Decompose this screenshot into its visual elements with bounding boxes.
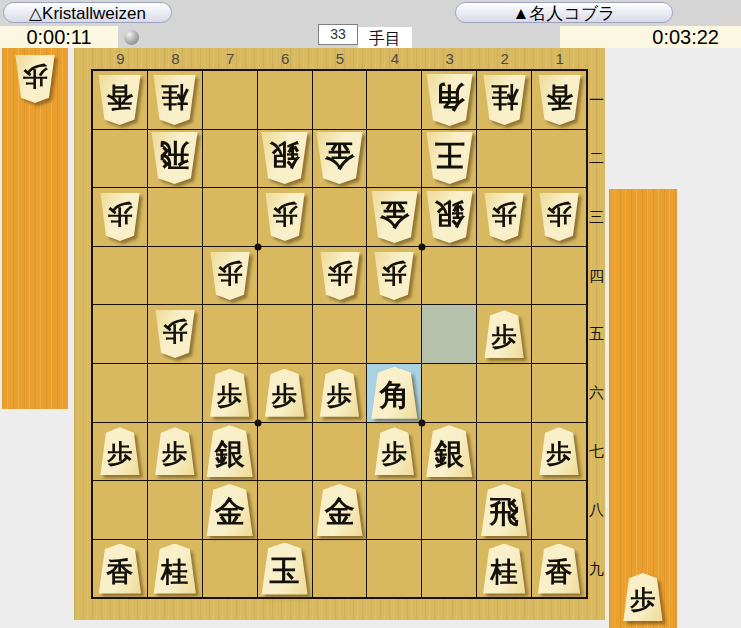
piece-wrap: 桂 xyxy=(483,75,526,125)
rank-label-4: 四 xyxy=(588,247,605,306)
square-7二[interactable] xyxy=(203,130,257,188)
square-6六[interactable]: 歩 xyxy=(258,364,312,422)
piece-wrap: 銀 xyxy=(261,132,308,184)
gote-piece-歩[interactable]: 歩 xyxy=(265,193,305,241)
square-1九[interactable]: 香 xyxy=(532,540,586,598)
sente-piece-歩[interactable]: 歩 xyxy=(623,573,663,621)
square-2七[interactable] xyxy=(477,423,531,481)
gote-piece-歩[interactable]: 歩 xyxy=(484,193,524,241)
gote-clock: 0:00:11 xyxy=(0,26,118,48)
sente-piece-歩[interactable]: 歩 xyxy=(539,427,579,475)
piece-wrap: 銀 xyxy=(426,425,473,477)
piece-wrap: 歩 xyxy=(484,310,524,358)
square-8九[interactable]: 桂 xyxy=(148,540,202,598)
piece-wrap: 歩 xyxy=(374,427,414,475)
square-8七[interactable]: 歩 xyxy=(148,423,202,481)
piece-wrap: 桂 xyxy=(153,75,196,125)
gote-piece-銀[interactable]: 銀 xyxy=(261,132,308,184)
sente-piece-桂[interactable]: 桂 xyxy=(153,544,196,594)
piece-wrap: 金 xyxy=(371,191,418,243)
piece-wrap: 歩 xyxy=(155,427,195,475)
square-2五[interactable]: 歩 xyxy=(477,305,531,363)
piece-wrap: 歩 xyxy=(265,369,305,417)
piece-wrap: 銀 xyxy=(426,191,473,243)
hoshi-dot xyxy=(419,419,426,426)
square-5三[interactable] xyxy=(313,188,367,246)
square-9二[interactable] xyxy=(93,130,147,188)
square-8六[interactable] xyxy=(148,364,202,422)
gote-hand-stand[interactable]: 歩 xyxy=(2,48,68,409)
piece-wrap: 角 xyxy=(371,367,418,419)
hoshi-dot xyxy=(254,419,261,426)
square-2九[interactable]: 桂 xyxy=(477,540,531,598)
move-number-label: 手目 xyxy=(358,27,412,50)
piece-wrap: 香 xyxy=(98,544,141,594)
square-4六[interactable]: 角 xyxy=(367,364,421,422)
rank-labels: 一二三四五六七八九 xyxy=(588,71,605,598)
square-7七[interactable]: 銀 xyxy=(203,423,257,481)
gote-piece-歩[interactable]: 歩 xyxy=(155,310,195,358)
file-label-9: 9 xyxy=(93,50,148,67)
piece-wrap: 歩 xyxy=(100,427,140,475)
square-1三[interactable]: 歩 xyxy=(532,188,586,246)
gote-piece-歩[interactable]: 歩 xyxy=(374,252,414,300)
piece-wrap: 歩 xyxy=(155,310,195,358)
square-4九[interactable] xyxy=(367,540,421,598)
square-3四[interactable] xyxy=(422,247,476,305)
square-3二[interactable]: 王 xyxy=(422,130,476,188)
square-8四[interactable] xyxy=(148,247,202,305)
shogi-app: △Kristallweizen ▲名人コブラ 0:00:11 33 手目 0:0… xyxy=(0,0,741,628)
board-grid: 香桂角桂香飛銀金王歩歩金銀歩歩歩歩歩歩歩歩歩歩角歩歩銀歩銀歩金金飛香桂玉桂香 xyxy=(91,69,588,599)
square-5七[interactable] xyxy=(313,423,367,481)
sente-piece-銀[interactable]: 銀 xyxy=(206,425,253,477)
piece-wrap: 歩 xyxy=(100,193,140,241)
square-3八[interactable] xyxy=(422,481,476,539)
piece-wrap: 歩 xyxy=(320,369,360,417)
square-2四[interactable] xyxy=(477,247,531,305)
square-2三[interactable]: 歩 xyxy=(477,188,531,246)
piece-wrap: 角 xyxy=(426,74,473,126)
square-7一[interactable] xyxy=(203,71,257,129)
square-9六[interactable] xyxy=(93,364,147,422)
piece-wrap: 歩 xyxy=(539,427,579,475)
gote-piece-角[interactable]: 角 xyxy=(426,74,473,126)
square-8二[interactable]: 飛 xyxy=(148,130,202,188)
gote-player-button[interactable]: △Kristallweizen xyxy=(3,2,172,23)
square-4七[interactable]: 歩 xyxy=(367,423,421,481)
gote-piece-銀[interactable]: 銀 xyxy=(426,191,473,243)
square-1四[interactable] xyxy=(532,247,586,305)
gote-piece-香[interactable]: 香 xyxy=(538,75,581,125)
piece-wrap: 歩 xyxy=(210,252,250,300)
rank-label-5: 五 xyxy=(588,305,605,364)
rank-label-1: 一 xyxy=(588,71,605,130)
square-7九[interactable] xyxy=(203,540,257,598)
square-1六[interactable] xyxy=(532,364,586,422)
sente-piece-香[interactable]: 香 xyxy=(98,544,141,594)
gote-piece-歩[interactable]: 歩 xyxy=(320,252,360,300)
square-4三[interactable]: 金 xyxy=(367,188,421,246)
square-5五[interactable] xyxy=(313,305,367,363)
sente-piece-銀[interactable]: 銀 xyxy=(426,425,473,477)
piece-wrap: 桂 xyxy=(153,544,196,594)
square-7四[interactable]: 歩 xyxy=(203,247,257,305)
move-number-box: 33 xyxy=(318,24,358,45)
board: 987654321 一二三四五六七八九 香桂角桂香飛銀金王歩歩金銀歩歩歩歩歩歩歩… xyxy=(74,48,605,620)
rank-label-2: 二 xyxy=(588,130,605,189)
square-9八[interactable] xyxy=(93,481,147,539)
file-label-5: 5 xyxy=(313,50,368,67)
sente-piece-金[interactable]: 金 xyxy=(206,484,253,536)
square-7三[interactable] xyxy=(203,188,257,246)
sente-piece-玉[interactable]: 玉 xyxy=(261,543,308,595)
piece-wrap: 歩 xyxy=(623,573,663,621)
square-3六[interactable] xyxy=(422,364,476,422)
square-9七[interactable]: 歩 xyxy=(93,423,147,481)
piece-wrap: 歩 xyxy=(210,369,250,417)
rank-label-9: 九 xyxy=(588,540,605,599)
piece-wrap: 香 xyxy=(538,75,581,125)
square-2六[interactable] xyxy=(477,364,531,422)
piece-wrap: 歩 xyxy=(320,252,360,300)
square-4一[interactable] xyxy=(367,71,421,129)
square-9九[interactable]: 香 xyxy=(93,540,147,598)
square-6一[interactable] xyxy=(258,71,312,129)
square-6八[interactable] xyxy=(258,481,312,539)
file-label-3: 3 xyxy=(422,50,477,67)
square-4四[interactable]: 歩 xyxy=(367,247,421,305)
piece-wrap: 香 xyxy=(538,544,581,594)
rank-label-7: 七 xyxy=(588,423,605,482)
piece-wrap: 金 xyxy=(206,484,253,536)
sente-clock: 0:03:22 xyxy=(560,26,741,48)
piece-wrap: 歩 xyxy=(15,55,55,103)
square-4二[interactable] xyxy=(367,130,421,188)
piece-wrap: 桂 xyxy=(483,544,526,594)
piece-wrap: 歩 xyxy=(539,193,579,241)
file-label-1: 1 xyxy=(532,50,587,67)
square-7八[interactable]: 金 xyxy=(203,481,257,539)
square-8八[interactable] xyxy=(148,481,202,539)
sente-piece-歩[interactable]: 歩 xyxy=(374,427,414,475)
square-1八[interactable] xyxy=(532,481,586,539)
file-label-7: 7 xyxy=(203,50,258,67)
square-1二[interactable] xyxy=(532,130,586,188)
rank-label-6: 六 xyxy=(588,364,605,423)
square-6四[interactable] xyxy=(258,247,312,305)
hoshi-dot xyxy=(419,243,426,250)
gote-piece-歩[interactable]: 歩 xyxy=(100,193,140,241)
square-8五[interactable]: 歩 xyxy=(148,305,202,363)
gote-piece-歩[interactable]: 歩 xyxy=(539,193,579,241)
sente-piece-歩[interactable]: 歩 xyxy=(320,369,360,417)
square-6五[interactable] xyxy=(258,305,312,363)
file-labels: 987654321 xyxy=(93,50,587,67)
square-4八[interactable] xyxy=(367,481,421,539)
square-3七[interactable]: 銀 xyxy=(422,423,476,481)
square-7六[interactable]: 歩 xyxy=(203,364,257,422)
square-6九[interactable]: 玉 xyxy=(258,540,312,598)
square-9一[interactable]: 香 xyxy=(93,71,147,129)
square-5一[interactable] xyxy=(313,71,367,129)
square-5八[interactable]: 金 xyxy=(313,481,367,539)
piece-wrap: 歩 xyxy=(374,252,414,300)
file-label-4: 4 xyxy=(367,50,422,67)
piece-wrap: 金 xyxy=(316,484,363,536)
sente-piece-香[interactable]: 香 xyxy=(538,544,581,594)
gote-piece-飛[interactable]: 飛 xyxy=(151,132,198,184)
sente-piece-歩[interactable]: 歩 xyxy=(265,369,305,417)
square-3九[interactable] xyxy=(422,540,476,598)
gote-piece-香[interactable]: 香 xyxy=(98,75,141,125)
square-4五[interactable] xyxy=(367,305,421,363)
piece-wrap: 飛 xyxy=(151,132,198,184)
piece-wrap: 歩 xyxy=(265,193,305,241)
square-2二[interactable] xyxy=(477,130,531,188)
gote-piece-桂[interactable]: 桂 xyxy=(483,75,526,125)
piece-wrap: 王 xyxy=(426,132,473,184)
square-1七[interactable]: 歩 xyxy=(532,423,586,481)
sente-piece-歩[interactable]: 歩 xyxy=(100,427,140,475)
sente-piece-歩[interactable]: 歩 xyxy=(484,310,524,358)
square-5六[interactable]: 歩 xyxy=(313,364,367,422)
square-6二[interactable]: 銀 xyxy=(258,130,312,188)
sente-piece-飛[interactable]: 飛 xyxy=(481,484,528,536)
square-3三[interactable]: 銀 xyxy=(422,188,476,246)
sente-piece-桂[interactable]: 桂 xyxy=(483,544,526,594)
square-9三[interactable]: 歩 xyxy=(93,188,147,246)
square-1一[interactable]: 香 xyxy=(532,71,586,129)
sente-piece-角[interactable]: 角 xyxy=(371,367,418,419)
square-7五[interactable] xyxy=(203,305,257,363)
piece-wrap: 銀 xyxy=(206,425,253,477)
square-2八[interactable]: 飛 xyxy=(477,481,531,539)
hoshi-dot xyxy=(254,243,261,250)
rank-label-3: 三 xyxy=(588,188,605,247)
piece-wrap: 歩 xyxy=(484,193,524,241)
piece-wrap: 香 xyxy=(98,75,141,125)
square-9四[interactable] xyxy=(93,247,147,305)
rank-label-8: 八 xyxy=(588,481,605,540)
sente-hand-stand[interactable]: 歩 xyxy=(609,189,677,628)
sente-piece-金[interactable]: 金 xyxy=(316,484,363,536)
square-5二[interactable]: 金 xyxy=(313,130,367,188)
square-5四[interactable]: 歩 xyxy=(313,247,367,305)
top-bar: △Kristallweizen ▲名人コブラ 0:00:11 33 手目 0:0… xyxy=(0,0,741,48)
square-8一[interactable]: 桂 xyxy=(148,71,202,129)
piece-wrap: 玉 xyxy=(261,543,308,595)
turn-indicator-icon xyxy=(124,30,139,45)
square-1五[interactable] xyxy=(532,305,586,363)
gote-piece-歩[interactable]: 歩 xyxy=(210,252,250,300)
sente-piece-歩[interactable]: 歩 xyxy=(210,369,250,417)
file-label-2: 2 xyxy=(477,50,532,67)
gote-piece-王[interactable]: 王 xyxy=(426,132,473,184)
gote-piece-金[interactable]: 金 xyxy=(316,132,363,184)
file-label-6: 6 xyxy=(258,50,313,67)
piece-wrap: 飛 xyxy=(481,484,528,536)
square-3一[interactable]: 角 xyxy=(422,71,476,129)
square-9五[interactable] xyxy=(93,305,147,363)
piece-wrap: 金 xyxy=(316,132,363,184)
gote-piece-金[interactable]: 金 xyxy=(371,191,418,243)
square-2一[interactable]: 桂 xyxy=(477,71,531,129)
square-5九[interactable] xyxy=(313,540,367,598)
gote-piece-桂[interactable]: 桂 xyxy=(153,75,196,125)
sente-piece-歩[interactable]: 歩 xyxy=(155,427,195,475)
square-8三[interactable] xyxy=(148,188,202,246)
square-6七[interactable] xyxy=(258,423,312,481)
square-3五[interactable] xyxy=(422,305,476,363)
square-6三[interactable]: 歩 xyxy=(258,188,312,246)
sente-player-button[interactable]: ▲名人コブラ xyxy=(455,2,673,23)
gote-piece-歩[interactable]: 歩 xyxy=(15,55,55,103)
file-label-8: 8 xyxy=(148,50,203,67)
